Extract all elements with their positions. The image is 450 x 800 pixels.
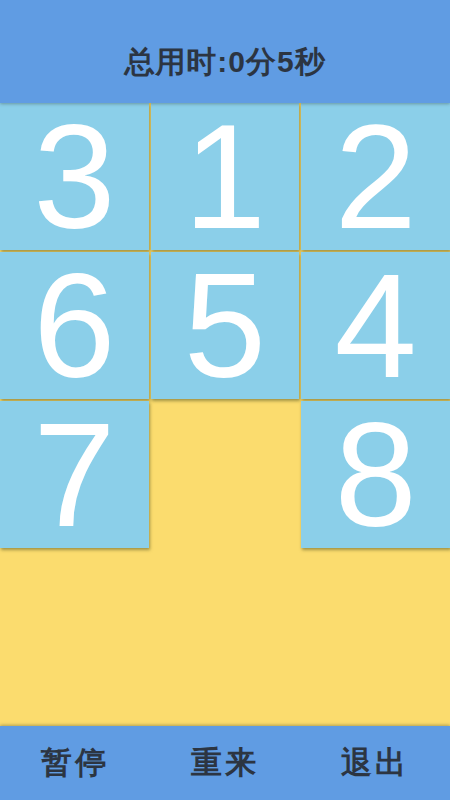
tile-2[interactable]: 2 bbox=[301, 103, 450, 250]
tile-7[interactable]: 7 bbox=[0, 401, 149, 548]
exit-button[interactable]: 退出 bbox=[300, 726, 450, 800]
action-bar: 暂停 重来 退出 bbox=[0, 726, 450, 800]
timer-bar: 总用时:0分5秒 bbox=[0, 0, 450, 103]
tile-3[interactable]: 3 bbox=[0, 103, 149, 250]
tile-1[interactable]: 1 bbox=[151, 103, 300, 250]
tile-5[interactable]: 5 bbox=[151, 252, 300, 399]
tile-8[interactable]: 8 bbox=[301, 401, 450, 548]
restart-button[interactable]: 重来 bbox=[150, 726, 300, 800]
tile-6[interactable]: 6 bbox=[0, 252, 149, 399]
app-screen: 总用时:0分5秒 3 1 2 6 5 4 7 8 暂停 重来 退出 bbox=[0, 0, 450, 800]
puzzle-board: 3 1 2 6 5 4 7 8 bbox=[0, 103, 450, 548]
pause-button[interactable]: 暂停 bbox=[0, 726, 150, 800]
empty-cell bbox=[151, 401, 300, 548]
tile-4[interactable]: 4 bbox=[301, 252, 450, 399]
total-time-text: 总用时:0分5秒 bbox=[124, 42, 325, 83]
